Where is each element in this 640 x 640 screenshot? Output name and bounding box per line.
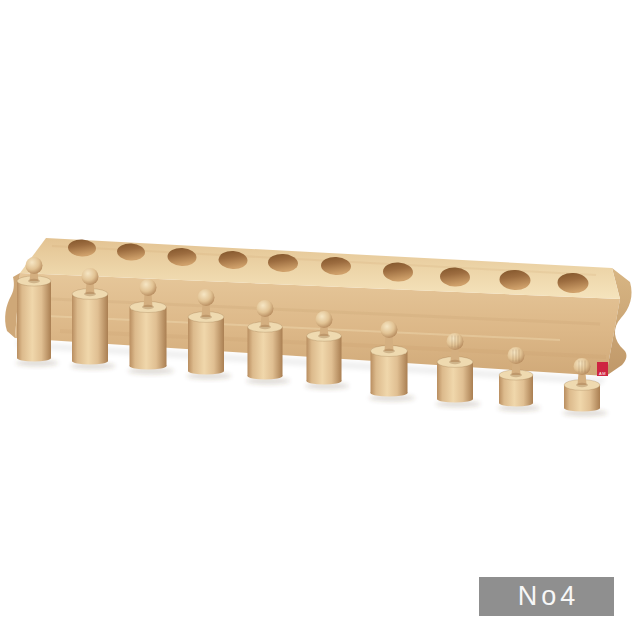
knob-ball — [316, 311, 333, 328]
knob-base — [28, 279, 40, 283]
product-photo — [0, 0, 640, 640]
cylinder-bottom — [248, 373, 283, 380]
knob-base — [449, 360, 461, 364]
knob-base — [142, 305, 154, 309]
product-number-text: No4 — [518, 581, 580, 612]
cylinder-body — [72, 294, 108, 361]
cylinder-bottom — [437, 396, 473, 403]
knob-ball — [26, 257, 43, 274]
knob-ball — [140, 279, 157, 296]
knob-ball — [82, 268, 99, 285]
cylinder-body — [371, 351, 408, 393]
knob-ball — [198, 289, 215, 306]
cylinder-bottom — [371, 390, 408, 397]
cylinder-body — [17, 281, 51, 358]
cylinder-body — [130, 307, 167, 366]
cylinder-bottom — [499, 400, 533, 407]
cylinder-bottom — [188, 368, 224, 375]
cylinder-bottom — [72, 358, 108, 365]
cylinder-bottom — [307, 378, 342, 385]
product-number-badge: No4 — [479, 577, 614, 616]
cylinder-bottom — [564, 405, 600, 412]
cylinder-body — [188, 317, 224, 371]
brand-label-text: AM — [599, 371, 606, 376]
knob-base — [259, 325, 271, 329]
knob-base — [200, 315, 212, 319]
knob-base — [318, 334, 330, 338]
cylinder-body — [307, 336, 342, 381]
product-photo-stage: AM No4 — [0, 0, 640, 640]
knob-base — [383, 349, 395, 353]
brand-label: AM — [597, 362, 608, 376]
knob-base — [576, 383, 588, 387]
knob-base — [84, 292, 96, 296]
cylinder-body — [248, 327, 283, 376]
knob-ball — [257, 300, 274, 317]
knob-ball — [381, 321, 398, 338]
knob-base — [510, 373, 522, 377]
cylinder-bottom — [17, 355, 51, 362]
cylinder-bottom — [130, 363, 167, 370]
